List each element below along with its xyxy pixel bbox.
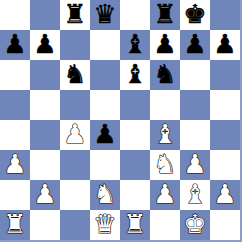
- square-d3[interactable]: [90, 150, 120, 180]
- square-f1[interactable]: [150, 210, 180, 240]
- square-b6[interactable]: [30, 60, 60, 90]
- white-pawn-icon[interactable]: ♟: [213, 181, 236, 207]
- square-e8[interactable]: [120, 0, 150, 30]
- white-knight-icon[interactable]: ♞: [153, 151, 176, 177]
- square-c7[interactable]: [60, 30, 90, 60]
- white-knight-icon[interactable]: ♞: [93, 181, 116, 207]
- square-h1[interactable]: [210, 210, 240, 240]
- square-e6[interactable]: ♝: [120, 60, 150, 90]
- white-queen-icon[interactable]: ♛: [93, 211, 116, 237]
- square-f4[interactable]: ♝: [150, 120, 180, 150]
- square-c3[interactable]: [60, 150, 90, 180]
- white-pawn-icon[interactable]: ♟: [63, 121, 86, 147]
- square-b1[interactable]: [30, 210, 60, 240]
- white-rook-icon[interactable]: ♜: [123, 211, 146, 237]
- white-bishop-icon[interactable]: ♝: [153, 121, 176, 147]
- square-h4[interactable]: [210, 120, 240, 150]
- square-e4[interactable]: [120, 120, 150, 150]
- black-pawn-icon[interactable]: ♟: [153, 31, 176, 57]
- square-d1[interactable]: ♛: [90, 210, 120, 240]
- square-b5[interactable]: [30, 90, 60, 120]
- square-g7[interactable]: ♟: [180, 30, 210, 60]
- black-pawn-icon[interactable]: ♟: [183, 31, 206, 57]
- square-f2[interactable]: ♟: [150, 180, 180, 210]
- white-pawn-icon[interactable]: ♟: [33, 181, 56, 207]
- square-a5[interactable]: [0, 90, 30, 120]
- black-king-icon[interactable]: ♚: [183, 1, 206, 27]
- square-a3[interactable]: ♟: [0, 150, 30, 180]
- black-pawn-icon[interactable]: ♟: [213, 31, 236, 57]
- square-g6[interactable]: [180, 60, 210, 90]
- square-d6[interactable]: [90, 60, 120, 90]
- black-knight-icon[interactable]: ♞: [63, 61, 86, 87]
- square-d8[interactable]: ♛: [90, 0, 120, 30]
- black-bishop-icon[interactable]: ♝: [123, 61, 146, 87]
- square-e1[interactable]: ♜: [120, 210, 150, 240]
- square-d7[interactable]: [90, 30, 120, 60]
- square-b7[interactable]: ♟: [30, 30, 60, 60]
- black-pawn-icon[interactable]: ♟: [33, 31, 56, 57]
- square-g8[interactable]: ♚: [180, 0, 210, 30]
- square-a1[interactable]: ♜: [0, 210, 30, 240]
- square-h5[interactable]: [210, 90, 240, 120]
- square-h8[interactable]: [210, 0, 240, 30]
- white-rook-icon[interactable]: ♜: [3, 211, 26, 237]
- chess-board: ♜♛♜♚♟♟♝♟♟♟♞♝♞♟♟♝♟♞♟♟♞♟♝♟♜♛♜♚: [0, 0, 242, 242]
- square-d4[interactable]: ♟: [90, 120, 120, 150]
- square-e7[interactable]: ♝: [120, 30, 150, 60]
- square-e3[interactable]: [120, 150, 150, 180]
- white-bishop-icon[interactable]: ♝: [183, 181, 206, 207]
- white-pawn-icon[interactable]: ♟: [183, 151, 206, 177]
- square-b2[interactable]: ♟: [30, 180, 60, 210]
- square-c6[interactable]: ♞: [60, 60, 90, 90]
- black-rook-icon[interactable]: ♜: [153, 1, 176, 27]
- black-pawn-icon[interactable]: ♟: [3, 31, 26, 57]
- square-f5[interactable]: [150, 90, 180, 120]
- square-b8[interactable]: [30, 0, 60, 30]
- square-h2[interactable]: ♟: [210, 180, 240, 210]
- square-f8[interactable]: ♜: [150, 0, 180, 30]
- square-b4[interactable]: [30, 120, 60, 150]
- square-g2[interactable]: ♝: [180, 180, 210, 210]
- square-e5[interactable]: [120, 90, 150, 120]
- square-g3[interactable]: ♟: [180, 150, 210, 180]
- square-f6[interactable]: ♞: [150, 60, 180, 90]
- square-a4[interactable]: [0, 120, 30, 150]
- square-d2[interactable]: ♞: [90, 180, 120, 210]
- square-e2[interactable]: [120, 180, 150, 210]
- square-c4[interactable]: ♟: [60, 120, 90, 150]
- square-f3[interactable]: ♞: [150, 150, 180, 180]
- black-knight-icon[interactable]: ♞: [153, 61, 176, 87]
- square-d5[interactable]: [90, 90, 120, 120]
- square-g4[interactable]: [180, 120, 210, 150]
- square-h6[interactable]: [210, 60, 240, 90]
- square-g5[interactable]: [180, 90, 210, 120]
- square-h7[interactable]: ♟: [210, 30, 240, 60]
- square-a7[interactable]: ♟: [0, 30, 30, 60]
- square-c1[interactable]: [60, 210, 90, 240]
- black-bishop-icon[interactable]: ♝: [123, 31, 146, 57]
- square-c8[interactable]: ♜: [60, 0, 90, 30]
- square-a2[interactable]: [0, 180, 30, 210]
- black-queen-icon[interactable]: ♛: [93, 1, 116, 27]
- square-g1[interactable]: ♚: [180, 210, 210, 240]
- white-pawn-icon[interactable]: ♟: [3, 151, 26, 177]
- square-c2[interactable]: [60, 180, 90, 210]
- square-a6[interactable]: [0, 60, 30, 90]
- white-pawn-icon[interactable]: ♟: [153, 181, 176, 207]
- square-a8[interactable]: [0, 0, 30, 30]
- black-pawn-icon[interactable]: ♟: [93, 121, 116, 147]
- square-c5[interactable]: [60, 90, 90, 120]
- square-h3[interactable]: [210, 150, 240, 180]
- square-f7[interactable]: ♟: [150, 30, 180, 60]
- white-king-icon[interactable]: ♚: [183, 211, 206, 237]
- square-b3[interactable]: [30, 150, 60, 180]
- black-rook-icon[interactable]: ♜: [63, 1, 86, 27]
